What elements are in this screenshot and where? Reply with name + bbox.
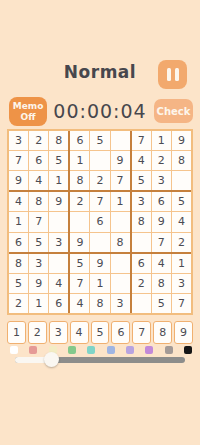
sudoku-box-2: 6519827 xyxy=(70,131,129,190)
slider[interactable] xyxy=(15,357,185,363)
sudoku-cell-r1c4[interactable]: 6 xyxy=(70,131,89,150)
sudoku-cell-r8c8[interactable]: 8 xyxy=(152,274,171,293)
sudoku-cell-r1c8[interactable]: 1 xyxy=(152,131,171,150)
sudoku-cell-r9c8[interactable]: 5 xyxy=(152,294,171,313)
sudoku-cell-r7c5[interactable]: 9 xyxy=(90,254,109,273)
sudoku-cell-r1c7[interactable]: 7 xyxy=(132,131,151,150)
palette-swatch-8[interactable] xyxy=(145,346,153,354)
sudoku-cell-r2c8[interactable]: 2 xyxy=(152,151,171,170)
sudoku-cell-r1c2[interactable]: 2 xyxy=(29,131,48,150)
numpad-button-6[interactable]: 6 xyxy=(111,321,130,344)
sudoku-box-4: 48917653 xyxy=(9,192,68,251)
color-palette xyxy=(10,345,192,354)
sudoku-cell-r5c2[interactable]: 7 xyxy=(29,212,48,231)
numpad-button-7[interactable]: 7 xyxy=(132,321,151,344)
sudoku-cell-r3c6[interactable]: 7 xyxy=(111,171,130,190)
sudoku-cell-r7c2[interactable]: 3 xyxy=(29,254,48,273)
sudoku-cell-r7c6[interactable] xyxy=(111,254,130,273)
sudoku-cell-r9c3[interactable]: 6 xyxy=(49,294,68,313)
sudoku-cell-r1c1[interactable]: 3 xyxy=(9,131,28,150)
sudoku-cell-r8c9[interactable]: 3 xyxy=(172,274,191,293)
sudoku-box-6: 36589472 xyxy=(132,192,191,251)
sudoku-cell-r1c5[interactable]: 5 xyxy=(90,131,109,150)
sudoku-cell-r2c5[interactable] xyxy=(90,151,109,170)
sudoku-cell-r7c7[interactable]: 6 xyxy=(132,254,151,273)
sudoku-cell-r9c9[interactable]: 7 xyxy=(172,294,191,313)
numpad-button-4[interactable]: 4 xyxy=(70,321,89,344)
sudoku-cell-r7c8[interactable]: 4 xyxy=(152,254,171,273)
sudoku-cell-r2c3[interactable]: 5 xyxy=(49,151,68,170)
sudoku-cell-r9c4[interactable]: 4 xyxy=(70,294,89,313)
sudoku-cell-r2c2[interactable]: 6 xyxy=(29,151,48,170)
sudoku-cell-r5c1[interactable]: 1 xyxy=(9,212,28,231)
sudoku-cell-r3c5[interactable]: 2 xyxy=(90,171,109,190)
sudoku-cell-r9c5[interactable]: 8 xyxy=(90,294,109,313)
numpad-button-3[interactable]: 3 xyxy=(49,321,68,344)
sudoku-cell-r5c8[interactable]: 9 xyxy=(152,212,171,231)
sudoku-cell-r6c5[interactable] xyxy=(90,233,109,252)
sudoku-cell-r2c4[interactable]: 1 xyxy=(70,151,89,170)
sudoku-cell-r7c4[interactable]: 5 xyxy=(70,254,89,273)
sudoku-cell-r9c6[interactable]: 3 xyxy=(111,294,130,313)
sudoku-cell-r6c3[interactable]: 3 xyxy=(49,233,68,252)
sudoku-cell-r9c7[interactable] xyxy=(132,294,151,313)
sudoku-box-5: 271698 xyxy=(70,192,129,251)
sudoku-cell-r4c2[interactable]: 8 xyxy=(29,192,48,211)
sudoku-box-8: 5971483 xyxy=(70,254,129,313)
sudoku-cell-r4c9[interactable]: 5 xyxy=(172,192,191,211)
sudoku-cell-r6c6[interactable]: 8 xyxy=(111,233,130,252)
sudoku-cell-r6c2[interactable]: 5 xyxy=(29,233,48,252)
sudoku-cell-r8c6[interactable] xyxy=(111,274,130,293)
sudoku-cell-r8c4[interactable]: 7 xyxy=(70,274,89,293)
pause-bar-right xyxy=(175,68,179,81)
palette-swatch-5[interactable] xyxy=(87,346,95,354)
sudoku-cell-r2c6[interactable]: 9 xyxy=(111,151,130,170)
sudoku-cell-r8c2[interactable]: 9 xyxy=(29,274,48,293)
sudoku-cell-r4c1[interactable]: 4 xyxy=(9,192,28,211)
numpad-button-9[interactable]: 9 xyxy=(174,321,193,344)
sudoku-cell-r1c6[interactable] xyxy=(111,131,130,150)
sudoku-cell-r4c3[interactable]: 9 xyxy=(49,192,68,211)
numpad-button-2[interactable]: 2 xyxy=(28,321,47,344)
sudoku-cell-r5c9[interactable]: 4 xyxy=(172,212,191,231)
palette-swatch-7[interactable] xyxy=(126,346,134,354)
sudoku-cell-r6c4[interactable]: 9 xyxy=(70,233,89,252)
sudoku-cell-r3c1[interactable]: 9 xyxy=(9,171,28,190)
palette-swatch-10[interactable] xyxy=(184,346,192,354)
sudoku-board: 3287659416519827719428534891765327169836… xyxy=(7,129,193,315)
sudoku-cell-r3c4[interactable]: 8 xyxy=(70,171,89,190)
sudoku-cell-r3c2[interactable]: 4 xyxy=(29,171,48,190)
sudoku-cell-r2c7[interactable]: 4 xyxy=(132,151,151,170)
sudoku-cell-r6c9[interactable]: 2 xyxy=(172,233,191,252)
numpad-button-8[interactable]: 8 xyxy=(153,321,172,344)
sudoku-box-9: 64128357 xyxy=(132,254,191,313)
sudoku-box-1: 328765941 xyxy=(9,131,68,190)
palette-swatch-2[interactable] xyxy=(29,346,37,354)
sudoku-cell-r3c7[interactable]: 5 xyxy=(132,171,151,190)
palette-swatch-1[interactable] xyxy=(10,346,18,354)
palette-swatch-6[interactable] xyxy=(107,346,115,354)
sudoku-cell-r5c5[interactable]: 6 xyxy=(90,212,109,231)
sudoku-cell-r6c1[interactable]: 6 xyxy=(9,233,28,252)
numpad-button-1[interactable]: 1 xyxy=(7,321,26,344)
sudoku-cell-r4c5[interactable]: 7 xyxy=(90,192,109,211)
sudoku-cell-r3c9[interactable] xyxy=(172,171,191,190)
sudoku-cell-r8c7[interactable]: 2 xyxy=(132,274,151,293)
numpad: 123456789 xyxy=(7,321,193,344)
sudoku-cell-r4c4[interactable]: 2 xyxy=(70,192,89,211)
sudoku-cell-r8c5[interactable]: 1 xyxy=(90,274,109,293)
sudoku-cell-r4c8[interactable]: 6 xyxy=(152,192,171,211)
sudoku-cell-r7c9[interactable]: 1 xyxy=(172,254,191,273)
slider-thumb[interactable] xyxy=(44,352,59,367)
sudoku-box-3: 71942853 xyxy=(132,131,191,190)
sudoku-cell-r4c7[interactable]: 3 xyxy=(132,192,151,211)
sudoku-box-7: 83594216 xyxy=(9,254,68,313)
sudoku-cell-r6c7[interactable] xyxy=(132,233,151,252)
sudoku-cell-r5c4[interactable] xyxy=(70,212,89,231)
sudoku-cell-r2c9[interactable]: 8 xyxy=(172,151,191,170)
pause-button[interactable] xyxy=(158,60,187,89)
sudoku-cell-r9c1[interactable]: 2 xyxy=(9,294,28,313)
sudoku-cell-r8c3[interactable]: 4 xyxy=(49,274,68,293)
sudoku-cell-r3c3[interactable]: 1 xyxy=(49,171,68,190)
palette-swatch-4[interactable] xyxy=(68,346,76,354)
sudoku-cell-r3c8[interactable]: 3 xyxy=(152,171,171,190)
sudoku-cell-r7c1[interactable]: 8 xyxy=(9,254,28,273)
pause-icon xyxy=(167,68,179,81)
palette-swatch-9[interactable] xyxy=(165,346,173,354)
sudoku-cell-r2c1[interactable]: 7 xyxy=(9,151,28,170)
sudoku-app-screen: Normal Memo Off 00:00:04 Check 328765941… xyxy=(0,0,200,445)
sudoku-cell-r8c1[interactable]: 5 xyxy=(9,274,28,293)
sudoku-cell-r1c9[interactable]: 9 xyxy=(172,131,191,150)
sudoku-cell-r1c3[interactable]: 8 xyxy=(49,131,68,150)
sudoku-cell-r9c2[interactable]: 1 xyxy=(29,294,48,313)
sudoku-cell-r7c3[interactable] xyxy=(49,254,68,273)
pause-bar-left xyxy=(167,68,171,81)
sudoku-cell-r5c7[interactable]: 8 xyxy=(132,212,151,231)
sudoku-cell-r4c6[interactable]: 1 xyxy=(111,192,130,211)
sudoku-cell-r5c3[interactable] xyxy=(49,212,68,231)
check-button[interactable]: Check xyxy=(154,99,193,123)
numpad-button-5[interactable]: 5 xyxy=(91,321,110,344)
check-button-label: Check xyxy=(157,106,191,117)
sudoku-cell-r5c6[interactable] xyxy=(111,212,130,231)
sudoku-cell-r6c8[interactable]: 7 xyxy=(152,233,171,252)
